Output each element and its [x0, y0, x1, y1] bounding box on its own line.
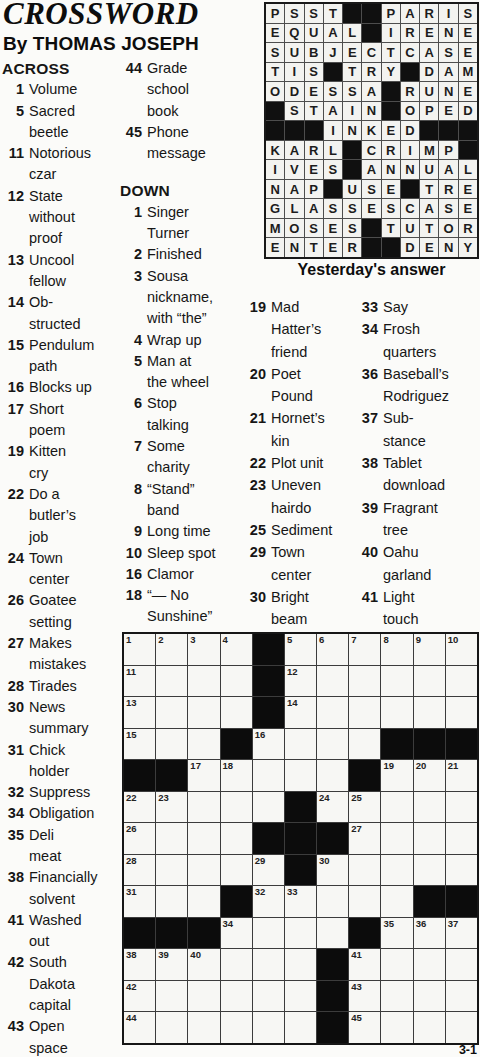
clue-number: 34: [2, 803, 29, 824]
puzzle-cell[interactable]: 42: [124, 981, 155, 1012]
cell-clue-number: 4: [223, 634, 228, 646]
puzzle-cell[interactable]: [156, 1012, 187, 1043]
puzzle-cell[interactable]: [188, 666, 219, 697]
answer-cell-black: [401, 180, 419, 199]
answer-cell: I: [266, 160, 284, 179]
puzzle-cell[interactable]: [253, 949, 284, 980]
puzzle-cell[interactable]: [156, 981, 187, 1012]
clue-number: 43: [2, 1016, 29, 1037]
answer-cell: E: [382, 180, 400, 199]
answer-cell: A: [439, 63, 457, 82]
puzzle-cell[interactable]: 8: [381, 634, 412, 665]
answer-cell: S: [459, 4, 477, 23]
puzzle-cell[interactable]: [221, 1012, 252, 1043]
puzzle-cell[interactable]: 9: [414, 634, 445, 665]
answer-cell-black: [305, 121, 323, 140]
puzzle-cell[interactable]: 2: [156, 634, 187, 665]
clue-number: 30: [244, 586, 271, 608]
answer-cell: O: [266, 82, 284, 101]
clue-number: 1: [2, 79, 29, 100]
puzzle-cell[interactable]: [381, 823, 412, 854]
puzzle-cell[interactable]: 39: [156, 949, 187, 980]
clue-text: Uncool fellow: [29, 250, 119, 293]
puzzle-cell[interactable]: 15: [124, 729, 155, 760]
cell-clue-number: 27: [351, 823, 362, 835]
puzzle-cell[interactable]: 3: [188, 634, 219, 665]
clue-number: 35: [2, 825, 29, 846]
clue-text: Open space: [29, 1016, 119, 1057]
clue-item: 16Clamor: [120, 564, 240, 585]
clue-text: Some charity: [147, 436, 240, 479]
clue-text: Singer Turner: [147, 202, 240, 245]
answer-cell: K: [266, 141, 284, 160]
puzzle-cell[interactable]: [414, 666, 445, 697]
puzzle-cell[interactable]: [221, 697, 252, 728]
clue-item: 40Oahu garland: [356, 541, 480, 586]
puzzle-cell[interactable]: [446, 855, 477, 886]
clue-number: 40: [356, 541, 383, 563]
cell-clue-number: 3: [190, 634, 195, 646]
clue-text: Wrap up: [147, 330, 240, 351]
clue-text: Clamor: [147, 564, 240, 585]
puzzle-cell[interactable]: [221, 981, 252, 1012]
clue-item: 25Sediment: [244, 519, 356, 541]
puzzle-cell[interactable]: [381, 981, 412, 1012]
clue-number: 25: [244, 519, 271, 541]
clue-text: Bright beam: [271, 586, 356, 631]
puzzle-cell-black: [317, 981, 348, 1012]
answer-cell: R: [382, 141, 400, 160]
puzzle-cell[interactable]: [381, 792, 412, 823]
answer-cell: N: [343, 121, 361, 140]
puzzle-cell[interactable]: [156, 823, 187, 854]
answer-cell: S: [305, 4, 323, 23]
answer-cell: L: [343, 24, 361, 43]
puzzle-cell[interactable]: 22: [124, 792, 155, 823]
puzzle-cell[interactable]: 44: [124, 1012, 155, 1043]
clue-text: Suppress: [29, 782, 119, 803]
cell-clue-number: 21: [448, 760, 459, 772]
clue-text: Deli meat: [29, 825, 119, 868]
puzzle-cell[interactable]: [253, 1012, 284, 1043]
puzzle-cell[interactable]: 28: [124, 855, 155, 886]
clue-item: 20Poet Pound: [244, 363, 356, 408]
puzzle-cell[interactable]: [381, 855, 412, 886]
puzzle-cell[interactable]: 27: [349, 823, 380, 854]
clue-number: 18: [120, 585, 147, 606]
answer-cell: T: [324, 4, 342, 23]
answer-cell: E: [439, 102, 457, 121]
puzzle-cell[interactable]: [253, 792, 284, 823]
puzzle-cell[interactable]: [221, 823, 252, 854]
cell-clue-number: 32: [255, 886, 266, 898]
puzzle-cell[interactable]: [414, 1012, 445, 1043]
puzzle-cell[interactable]: [381, 666, 412, 697]
cell-clue-number: 29: [255, 855, 266, 867]
clue-item: 33Say: [356, 296, 480, 318]
puzzle-cell[interactable]: 30: [317, 855, 348, 886]
puzzle-cell[interactable]: 13: [124, 697, 155, 728]
puzzle-cell[interactable]: [381, 886, 412, 917]
clue-item: 27Makes mistakes: [2, 633, 119, 676]
puzzle-cell[interactable]: 34: [221, 918, 252, 949]
answer-cell-black: [343, 4, 361, 23]
cell-clue-number: 44: [126, 1012, 137, 1024]
puzzle-cell-black: [414, 886, 445, 917]
cell-clue-number: 28: [126, 855, 137, 867]
puzzle-cell[interactable]: 18: [221, 760, 252, 791]
puzzle-cell[interactable]: [446, 1012, 477, 1043]
answer-cell: A: [285, 180, 303, 199]
puzzle-cell-black: [285, 823, 316, 854]
clue-text: Sediment: [271, 519, 356, 541]
answer-cell-black: [459, 121, 477, 140]
clue-text: Volume: [29, 79, 119, 100]
puzzle-cell[interactable]: [381, 697, 412, 728]
clue-number: 4: [120, 330, 147, 351]
puzzle-cell[interactable]: 24: [317, 792, 348, 823]
puzzle-cell[interactable]: [253, 918, 284, 949]
clue-number: 33: [356, 296, 383, 318]
puzzle-cell[interactable]: 25: [349, 792, 380, 823]
puzzle-cell-black: [156, 760, 187, 791]
cell-clue-number: 31: [126, 886, 137, 898]
clue-text: Sacred beetle: [29, 101, 119, 144]
answer-cell-black: [420, 121, 438, 140]
answer-cell: S: [343, 219, 361, 238]
answer-cell-black: [324, 180, 342, 199]
puzzle-cell[interactable]: [317, 760, 348, 791]
puzzle-cell[interactable]: [349, 697, 380, 728]
puzzle-cell[interactable]: 23: [156, 792, 187, 823]
clue-number: 2: [120, 244, 147, 265]
answer-cell: E: [459, 180, 477, 199]
cell-clue-number: 11: [126, 666, 136, 678]
cell-clue-number: 18: [223, 760, 234, 772]
clue-text: Finished: [147, 244, 240, 265]
answer-cell-black: [362, 24, 380, 43]
puzzle-cell[interactable]: [221, 949, 252, 980]
clue-number: 31: [2, 740, 29, 761]
answer-cell: L: [324, 141, 342, 160]
clue-number: 19: [2, 441, 29, 462]
puzzle-cell[interactable]: [414, 949, 445, 980]
puzzle-cell[interactable]: [221, 792, 252, 823]
answer-cell: S: [285, 4, 303, 23]
puzzle-cell-black: [221, 886, 252, 917]
answer-cell-black: [401, 63, 419, 82]
clue-number: 11: [2, 143, 29, 164]
answer-cell: J: [324, 43, 342, 62]
answer-cell: A: [439, 160, 457, 179]
answer-cell-black: [439, 121, 457, 140]
puzzle-cell[interactable]: 31: [124, 886, 155, 917]
clue-item: 1Singer Turner: [120, 202, 240, 245]
puzzle-cell[interactable]: 19: [381, 760, 412, 791]
yesterdays-answer-caption: Yesterday's answer: [264, 261, 479, 279]
puzzle-cell[interactable]: [253, 760, 284, 791]
puzzle-cell[interactable]: [221, 666, 252, 697]
answer-cell: S: [382, 199, 400, 218]
puzzle-cell[interactable]: [317, 697, 348, 728]
puzzle-cell[interactable]: 21: [446, 760, 477, 791]
answer-cell: M: [459, 63, 477, 82]
puzzle-cell[interactable]: 33: [285, 886, 316, 917]
clue-number: 45: [120, 122, 147, 143]
puzzle-cell[interactable]: [414, 981, 445, 1012]
puzzle-cell[interactable]: [414, 697, 445, 728]
puzzle-cell-black: [253, 823, 284, 854]
clue-text: Stop talking: [147, 393, 240, 436]
answer-cell: P: [382, 4, 400, 23]
puzzle-cell[interactable]: [446, 949, 477, 980]
clue-number: 19: [244, 296, 271, 318]
puzzle-cell[interactable]: [414, 792, 445, 823]
answer-cell: S: [266, 43, 284, 62]
puzzle-cell[interactable]: 36: [414, 918, 445, 949]
puzzle-cell[interactable]: [349, 729, 380, 760]
cell-clue-number: 33: [287, 886, 298, 898]
answer-cell: O: [285, 219, 303, 238]
puzzle-cell[interactable]: 10: [446, 634, 477, 665]
clue-text: Do a butler’s job: [29, 484, 119, 548]
puzzle-cell[interactable]: 4: [221, 634, 252, 665]
puzzle-cell[interactable]: [381, 1012, 412, 1043]
puzzle-cell[interactable]: 35: [381, 918, 412, 949]
clue-text: Fragrant tree: [383, 497, 480, 542]
answer-cell: S: [439, 199, 457, 218]
puzzle-cell-black: [156, 918, 187, 949]
clue-item: 19Mad Hatter’s friend: [244, 296, 356, 363]
answer-cell: D: [459, 102, 477, 121]
clue-item: 42South Dakota capital: [2, 952, 119, 1016]
clue-item: 16Blocks up: [2, 377, 119, 398]
puzzle-cell[interactable]: [221, 855, 252, 886]
clue-item: 24Town center: [2, 548, 119, 591]
clue-number: 5: [120, 351, 147, 372]
puzzle-cell[interactable]: [188, 886, 219, 917]
clue-number: 34: [356, 318, 383, 340]
clue-item: 2Finished: [120, 244, 240, 265]
puzzle-cell[interactable]: [446, 981, 477, 1012]
puzzle-cell[interactable]: [317, 886, 348, 917]
clue-item: 12State without proof: [2, 186, 119, 250]
clue-text: Grade school book: [147, 58, 240, 122]
answer-cell: T: [266, 63, 284, 82]
puzzle-cell[interactable]: [414, 855, 445, 886]
puzzle-cell[interactable]: 38: [124, 949, 155, 980]
clue-item: 1Volume: [2, 79, 119, 100]
answer-cell: G: [266, 199, 284, 218]
cell-clue-number: 5: [287, 634, 292, 646]
answer-cell-black: [382, 238, 400, 257]
puzzle-cell-black: [124, 918, 155, 949]
answer-cell: M: [266, 219, 284, 238]
puzzle-cell[interactable]: [188, 1012, 219, 1043]
puzzle-cell[interactable]: [156, 855, 187, 886]
puzzle-cell[interactable]: [381, 949, 412, 980]
answer-cell-black: [459, 141, 477, 160]
clue-text: Kitten cry: [29, 441, 119, 484]
clue-text: Sub- stance: [383, 407, 480, 452]
clue-item: 13Uncool fellow: [2, 250, 119, 293]
clue-column-4: 33Say34Frosh quarters36Baseball’s Rodrig…: [356, 296, 480, 630]
answer-cell: R: [305, 141, 323, 160]
answer-cell: S: [305, 219, 323, 238]
answer-cell: E: [459, 82, 477, 101]
puzzle-cell[interactable]: 41: [349, 949, 380, 980]
clue-item: 35Deli meat: [2, 825, 119, 868]
answer-cell: M: [420, 141, 438, 160]
answer-cell: E: [459, 199, 477, 218]
clue-item: 29Town center: [244, 541, 356, 586]
answer-cell: O: [401, 102, 419, 121]
answer-cell: D: [401, 238, 419, 257]
puzzle-cell[interactable]: 45: [349, 1012, 380, 1043]
puzzle-cell[interactable]: [317, 729, 348, 760]
answer-cell: C: [401, 199, 419, 218]
clue-text: Phone message: [147, 122, 240, 165]
clue-item: 38Financially solvent: [2, 867, 119, 910]
clue-number: 8: [120, 479, 147, 500]
puzzle-cell-black: [285, 792, 316, 823]
puzzle-cell[interactable]: [446, 666, 477, 697]
clue-item: 28Tirades: [2, 676, 119, 697]
clue-number: 38: [356, 452, 383, 474]
answer-cell: S: [324, 160, 342, 179]
puzzle-cell[interactable]: [253, 981, 284, 1012]
puzzle-cell[interactable]: [285, 981, 316, 1012]
puzzle-cell[interactable]: 11: [124, 666, 155, 697]
puzzle-cell[interactable]: [188, 697, 219, 728]
answer-cell: A: [285, 141, 303, 160]
puzzle-cell[interactable]: [285, 1012, 316, 1043]
cell-clue-number: 30: [319, 855, 330, 867]
clue-text: Tirades: [29, 676, 119, 697]
answer-cell: I: [439, 4, 457, 23]
puzzle-cell[interactable]: [446, 823, 477, 854]
cell-clue-number: 10: [448, 634, 459, 646]
clue-text: South Dakota capital: [29, 952, 119, 1016]
clue-text: Sleep spot: [147, 543, 240, 564]
puzzle-cell[interactable]: [188, 729, 219, 760]
clue-number: 17: [2, 399, 29, 420]
puzzle-cell-black: [414, 729, 445, 760]
puzzle-cell[interactable]: 7: [349, 634, 380, 665]
answer-cell: S: [324, 199, 342, 218]
puzzle-cell[interactable]: 16: [253, 729, 284, 760]
puzzle-cell[interactable]: 20: [414, 760, 445, 791]
puzzle-cell[interactable]: 12: [285, 666, 316, 697]
puzzle-cell[interactable]: 6: [317, 634, 348, 665]
puzzle-cell[interactable]: [156, 886, 187, 917]
answer-cell: N: [266, 180, 284, 199]
answer-cell: P: [420, 102, 438, 121]
answer-cell: S: [439, 43, 457, 62]
answer-cell: N: [439, 24, 457, 43]
puzzle-cell[interactable]: 26: [124, 823, 155, 854]
puzzle-cell[interactable]: [446, 697, 477, 728]
puzzle-cell[interactable]: [317, 918, 348, 949]
answer-cell-black: [362, 4, 380, 23]
clue-number: 14: [2, 292, 29, 313]
puzzle-cell[interactable]: 29: [253, 855, 284, 886]
clue-number: 32: [2, 782, 29, 803]
puzzle-cell[interactable]: 1: [124, 634, 155, 665]
puzzle-cell[interactable]: [156, 666, 187, 697]
puzzle-cell[interactable]: 14: [285, 697, 316, 728]
clue-item: 8“Stand” band: [120, 479, 240, 522]
clue-item: 34Frosh quarters: [356, 318, 480, 363]
puzzle-cell[interactable]: [156, 697, 187, 728]
puzzle-cell[interactable]: [349, 855, 380, 886]
puzzle-cell[interactable]: [188, 823, 219, 854]
clue-item: 41Washed out: [2, 910, 119, 953]
puzzle-cell[interactable]: [414, 823, 445, 854]
puzzle-cell[interactable]: [188, 792, 219, 823]
puzzle-cell[interactable]: 17: [188, 760, 219, 791]
puzzle-cell-black: [253, 666, 284, 697]
puzzle-cell[interactable]: [446, 792, 477, 823]
clue-item: 9Long time: [120, 521, 240, 542]
cell-clue-number: 37: [448, 918, 459, 930]
puzzle-cell-black: [188, 918, 219, 949]
puzzle-cell-black: [349, 760, 380, 791]
answer-cell: R: [401, 24, 419, 43]
answer-cell: O: [439, 219, 457, 238]
puzzle-cell[interactable]: [285, 760, 316, 791]
answer-cell: N: [362, 102, 380, 121]
clue-text: Ob- structed: [29, 292, 119, 335]
cell-clue-number: 13: [126, 697, 137, 709]
clue-number: 27: [2, 633, 29, 654]
clue-text: Chick holder: [29, 740, 119, 783]
puzzle-cell[interactable]: 32: [253, 886, 284, 917]
answer-cell: Y: [459, 238, 477, 257]
clue-number: 37: [356, 407, 383, 429]
answer-cell: A: [305, 199, 323, 218]
puzzle-cell[interactable]: [285, 729, 316, 760]
puzzle-cell[interactable]: [156, 729, 187, 760]
answer-cell: Q: [285, 24, 303, 43]
answer-cell: E: [420, 238, 438, 257]
clue-text: Oahu garland: [383, 541, 480, 586]
answer-cell: Y: [382, 63, 400, 82]
clue-item: 34Obligation: [2, 803, 119, 824]
clue-text: Man at the wheel: [147, 351, 240, 394]
puzzle-cell[interactable]: [317, 666, 348, 697]
answer-cell: R: [362, 63, 380, 82]
puzzle-cell[interactable]: [349, 886, 380, 917]
puzzle-cell[interactable]: [285, 918, 316, 949]
clue-number: 30: [2, 697, 29, 718]
puzzle-cell[interactable]: [188, 981, 219, 1012]
puzzle-cell[interactable]: 40: [188, 949, 219, 980]
clue-text: Financially solvent: [29, 867, 119, 910]
puzzle-cell[interactable]: 5: [285, 634, 316, 665]
answer-cell-black: [266, 121, 284, 140]
puzzle-cell[interactable]: [188, 855, 219, 886]
clue-text: News summary: [29, 697, 119, 740]
clue-text: Long time: [147, 521, 240, 542]
puzzle-cell[interactable]: [349, 666, 380, 697]
puzzle-cell[interactable]: [285, 949, 316, 980]
clue-item: 41Light touch: [356, 586, 480, 631]
cell-clue-number: 36: [416, 918, 427, 930]
puzzle-cell[interactable]: 37: [446, 918, 477, 949]
puzzle-cell-black: [253, 697, 284, 728]
puzzle-cell[interactable]: 43: [349, 981, 380, 1012]
